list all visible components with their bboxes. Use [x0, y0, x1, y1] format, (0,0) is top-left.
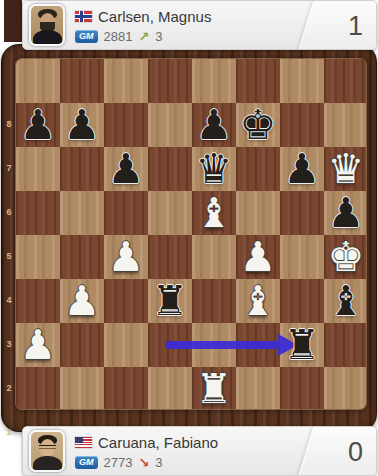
- square-f5[interactable]: [236, 191, 280, 235]
- black-pawn[interactable]: ♟: [64, 103, 101, 147]
- square-a8[interactable]: [16, 59, 60, 103]
- player-name-row: Caruana, Fabiano: [75, 432, 218, 452]
- rank-labels: 87654321: [2, 102, 16, 454]
- square-h5[interactable]: ♟: [324, 191, 367, 235]
- square-g3[interactable]: [280, 279, 324, 323]
- rank-label-4: 4: [2, 278, 16, 322]
- black-rook[interactable]: ♜: [284, 323, 321, 367]
- square-d4[interactable]: [148, 235, 192, 279]
- square-f6[interactable]: [236, 147, 280, 191]
- square-b1[interactable]: [60, 367, 104, 410]
- title-badge: GM: [75, 456, 98, 469]
- square-c3[interactable]: [104, 279, 148, 323]
- player-score: 0: [348, 427, 363, 476]
- rank-label-5: 5: [2, 234, 16, 278]
- white-king[interactable]: ♚: [328, 235, 365, 279]
- avatar-torso: [33, 456, 62, 472]
- player-card-top[interactable]: Carlsen, Magnus GM 2881 ↗ 3 1: [22, 0, 377, 50]
- player-meta-row: GM 2881 ↗ 3: [75, 28, 163, 44]
- square-a6[interactable]: [16, 147, 60, 191]
- square-h3[interactable]: ♝: [324, 279, 367, 323]
- rank-label-8: 8: [2, 102, 16, 146]
- us-flag-icon: [75, 437, 92, 448]
- square-a4[interactable]: [16, 235, 60, 279]
- square-f4[interactable]: ♟: [236, 235, 280, 279]
- black-queen[interactable]: ♛: [196, 147, 233, 191]
- board-squares: ♟♟♟♚♟♛♟♛♝♟♟♟♚♟♜♝♝♟♜♜: [16, 59, 367, 410]
- player-name-row: Carlsen, Magnus: [75, 6, 211, 26]
- title-badge: GM: [75, 30, 98, 43]
- background-block: [4, 0, 22, 42]
- avatar: [29, 4, 65, 46]
- square-h2[interactable]: [324, 323, 367, 367]
- trend-value: 3: [155, 455, 162, 470]
- square-g5[interactable]: [280, 191, 324, 235]
- rank-label-1: 1: [2, 410, 16, 454]
- white-bishop[interactable]: ♝: [240, 279, 277, 323]
- black-bishop[interactable]: ♝: [328, 279, 365, 323]
- trend-down-icon: ↘: [138, 455, 149, 470]
- black-pawn[interactable]: ♟: [20, 103, 57, 147]
- avatar-torso: [33, 30, 62, 46]
- square-b4[interactable]: [60, 235, 104, 279]
- square-f8[interactable]: [236, 59, 280, 103]
- white-pawn[interactable]: ♟: [240, 235, 277, 279]
- square-b3[interactable]: ♟: [60, 279, 104, 323]
- black-rook[interactable]: ♜: [152, 279, 189, 323]
- square-f1[interactable]: [236, 367, 280, 410]
- square-g8[interactable]: [280, 59, 324, 103]
- player-card-bottom[interactable]: Caruana, Fabiano GM 2773 ↘ 3 0: [22, 426, 377, 476]
- square-c1[interactable]: [104, 367, 148, 410]
- trend-up-icon: ↗: [138, 29, 149, 44]
- square-e4[interactable]: [192, 235, 236, 279]
- square-a7[interactable]: ♟: [16, 103, 60, 147]
- white-pawn[interactable]: ♟: [108, 235, 145, 279]
- square-b8[interactable]: [60, 59, 104, 103]
- white-pawn[interactable]: ♟: [64, 279, 101, 323]
- square-a2[interactable]: ♟: [16, 323, 60, 367]
- black-pawn[interactable]: ♟: [284, 147, 321, 191]
- square-e8[interactable]: [192, 59, 236, 103]
- square-d7[interactable]: [148, 103, 192, 147]
- square-c8[interactable]: [104, 59, 148, 103]
- player-name: Carlsen, Magnus: [98, 8, 211, 25]
- square-a1[interactable]: [16, 367, 60, 410]
- square-b5[interactable]: [60, 191, 104, 235]
- white-rook[interactable]: ♜: [196, 367, 233, 410]
- score-divider: [298, 426, 377, 476]
- norway-flag-icon: [75, 11, 92, 22]
- square-b2[interactable]: [60, 323, 104, 367]
- square-h1[interactable]: [324, 367, 367, 410]
- black-pawn[interactable]: ♟: [328, 191, 365, 235]
- square-c2[interactable]: [104, 323, 148, 367]
- square-f7[interactable]: ♚: [236, 103, 280, 147]
- square-d2[interactable]: [148, 323, 192, 367]
- square-a5[interactable]: [16, 191, 60, 235]
- black-pawn[interactable]: ♟: [108, 147, 145, 191]
- square-e3[interactable]: [192, 279, 236, 323]
- square-g1[interactable]: [280, 367, 324, 410]
- square-e5[interactable]: ♝: [192, 191, 236, 235]
- square-h8[interactable]: [324, 59, 367, 103]
- square-e6[interactable]: ♛: [192, 147, 236, 191]
- square-e7[interactable]: ♟: [192, 103, 236, 147]
- avatar: [29, 430, 65, 472]
- square-d1[interactable]: [148, 367, 192, 410]
- player-name: Caruana, Fabiano: [98, 434, 218, 451]
- square-c7[interactable]: [104, 103, 148, 147]
- square-c5[interactable]: [104, 191, 148, 235]
- square-h7[interactable]: [324, 103, 367, 147]
- square-d6[interactable]: [148, 147, 192, 191]
- square-e2[interactable]: [192, 323, 236, 367]
- chess-broadcast-widget: 87654321 ABCDEFGH ♟♟♟♚♟♛♟♛♝♟♟♟♚♟♜♝♝♟♜♜ C…: [0, 0, 378, 476]
- white-pawn[interactable]: ♟: [20, 323, 57, 367]
- square-b6[interactable]: [60, 147, 104, 191]
- trend-value: 3: [155, 29, 162, 44]
- rank-label-2: 2: [2, 366, 16, 410]
- player-rating: 2773: [104, 455, 133, 470]
- square-d5[interactable]: [148, 191, 192, 235]
- square-b7[interactable]: ♟: [60, 103, 104, 147]
- rank-label-6: 6: [2, 190, 16, 234]
- black-pawn[interactable]: ♟: [196, 103, 233, 147]
- square-e1[interactable]: ♜: [192, 367, 236, 410]
- white-bishop[interactable]: ♝: [196, 191, 233, 235]
- square-f2[interactable]: [236, 323, 280, 367]
- square-c6[interactable]: ♟: [104, 147, 148, 191]
- square-g4[interactable]: [280, 235, 324, 279]
- avatar-glasses: [39, 445, 56, 449]
- square-g7[interactable]: [280, 103, 324, 147]
- score-divider: [298, 0, 377, 50]
- chess-board[interactable]: ♟♟♟♚♟♛♟♛♝♟♟♟♚♟♜♝♝♟♜♜: [15, 58, 367, 410]
- square-h6[interactable]: ♛: [324, 147, 367, 191]
- rank-label-3: 3: [2, 322, 16, 366]
- square-h4[interactable]: ♚: [324, 235, 367, 279]
- white-queen[interactable]: ♛: [328, 147, 365, 191]
- player-score: 1: [348, 1, 363, 50]
- player-meta-row: GM 2773 ↘ 3: [75, 454, 163, 470]
- square-a3[interactable]: [16, 279, 60, 323]
- board-frame: 87654321 ABCDEFGH ♟♟♟♚♟♛♟♛♝♟♟♟♚♟♜♝♝♟♜♜: [1, 44, 377, 432]
- square-d3[interactable]: ♜: [148, 279, 192, 323]
- square-f3[interactable]: ♝: [236, 279, 280, 323]
- square-c4[interactable]: ♟: [104, 235, 148, 279]
- square-d8[interactable]: [148, 59, 192, 103]
- square-g6[interactable]: ♟: [280, 147, 324, 191]
- black-king[interactable]: ♚: [240, 103, 277, 147]
- player-rating: 2881: [104, 29, 133, 44]
- square-g2[interactable]: ♜: [280, 323, 324, 367]
- rank-label-7: 7: [2, 146, 16, 190]
